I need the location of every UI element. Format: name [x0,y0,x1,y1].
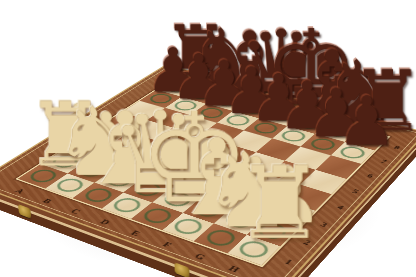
rank-label-6: 6 [356,167,384,186]
brass-clasp-right-icon [175,262,190,277]
square-b1: ♞ [45,173,95,198]
chess-board: ♜♞♝♛♚♝♞♜♟♟♟♟♟♟♟♟♟♟♟♟♟♟♟♟♜♞♝♛♚♝♞♜ ABCDEFG… [0,64,416,277]
square-a1: ♜ [18,164,67,188]
board-frame: ♜♞♝♛♚♝♞♜♟♟♟♟♟♟♟♟♟♟♟♟♟♟♟♟♜♞♝♛♚♝♞♜ ABCDEFG… [0,64,416,277]
black-king-e8: ♚ [265,12,296,116]
square-c1: ♝ [73,183,123,209]
rank-label-8: 8 [384,139,410,156]
black-rook-a8: ♜ [162,13,191,88]
black-bishop-f8: ♝ [293,35,324,123]
black-knight-b8: ♞ [187,15,217,95]
product-photo: ♜♞♝♛♚♝♞♜♟♟♟♟♟♟♟♟♟♟♟♟♟♟♟♟♜♞♝♛♚♝♞♜ ABCDEFG… [0,0,416,277]
black-queen-d8: ♛ [238,14,269,109]
scene: ♜♞♝♛♚♝♞♜♟♟♟♟♟♟♟♟♟♟♟♟♟♟♟♟♜♞♝♛♚♝♞♜ ABCDEFG… [0,0,416,277]
black-knight-g8: ♞ [321,45,353,131]
black-rook-h8: ♜ [350,56,382,139]
brass-clasp-left-icon [18,204,31,219]
black-bishop-c8: ♝ [212,17,242,102]
